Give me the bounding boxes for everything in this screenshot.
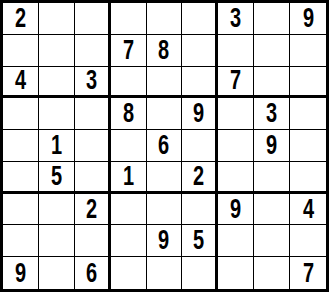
- cell-r3c8[interactable]: [254, 67, 290, 99]
- cell-r7c4[interactable]: [111, 194, 147, 226]
- cell-r9c5[interactable]: [147, 257, 183, 289]
- cell-r3c9[interactable]: [290, 67, 326, 99]
- cell-r7c5[interactable]: [147, 194, 183, 226]
- cell-r3c3[interactable]: 3: [75, 67, 111, 99]
- cell-r3c2[interactable]: [39, 67, 75, 99]
- cell-r6c4[interactable]: 1: [111, 162, 147, 194]
- cell-r5c6[interactable]: [182, 130, 218, 162]
- cell-r1c1[interactable]: 2: [3, 3, 39, 35]
- cell-digit: 2: [15, 5, 26, 32]
- cell-r2c2[interactable]: [39, 35, 75, 67]
- cell-r2c7[interactable]: [218, 35, 254, 67]
- cell-r7c1[interactable]: [3, 194, 39, 226]
- cell-digit: 7: [230, 67, 241, 94]
- cell-r4c4[interactable]: 8: [111, 98, 147, 130]
- cell-digit: 5: [51, 163, 62, 190]
- cell-r6c5[interactable]: [147, 162, 183, 194]
- cell-r5c1[interactable]: [3, 130, 39, 162]
- cell-r5c4[interactable]: [111, 130, 147, 162]
- cell-digit: 5: [193, 227, 204, 254]
- cell-r5c7[interactable]: [218, 130, 254, 162]
- cell-r8c8[interactable]: [254, 225, 290, 257]
- cell-r6c6[interactable]: 2: [182, 162, 218, 194]
- cell-digit: 6: [158, 132, 169, 159]
- cell-r5c5[interactable]: 6: [147, 130, 183, 162]
- cell-r7c8[interactable]: [254, 194, 290, 226]
- cell-r7c7[interactable]: 9: [218, 194, 254, 226]
- cell-r3c1[interactable]: 4: [3, 67, 39, 99]
- cell-digit: 4: [302, 196, 313, 223]
- cell-r6c9[interactable]: [290, 162, 326, 194]
- cell-r5c8[interactable]: 9: [254, 130, 290, 162]
- cell-r8c7[interactable]: [218, 225, 254, 257]
- cell-digit: 6: [86, 260, 97, 287]
- cell-r4c6[interactable]: 9: [182, 98, 218, 130]
- cell-r9c7[interactable]: [218, 257, 254, 289]
- cell-r9c8[interactable]: [254, 257, 290, 289]
- cell-r6c8[interactable]: [254, 162, 290, 194]
- cell-r2c4[interactable]: 7: [111, 35, 147, 67]
- cell-r9c9[interactable]: 7: [290, 257, 326, 289]
- cell-r5c2[interactable]: 1: [39, 130, 75, 162]
- cell-r3c6[interactable]: [182, 67, 218, 99]
- cell-r3c5[interactable]: [147, 67, 183, 99]
- cell-r8c2[interactable]: [39, 225, 75, 257]
- cell-digit: 9: [15, 260, 26, 287]
- cell-digit: 2: [86, 196, 97, 223]
- cell-digit: 9: [302, 5, 313, 32]
- cell-r3c4[interactable]: [111, 67, 147, 99]
- cell-r6c3[interactable]: [75, 162, 111, 194]
- cell-r5c3[interactable]: [75, 130, 111, 162]
- cell-r1c7[interactable]: 3: [218, 3, 254, 35]
- cell-r1c9[interactable]: 9: [290, 3, 326, 35]
- cell-r5c9[interactable]: [290, 130, 326, 162]
- cell-r8c9[interactable]: [290, 225, 326, 257]
- cell-digit: 8: [158, 37, 169, 64]
- cell-r1c2[interactable]: [39, 3, 75, 35]
- cell-digit: 1: [51, 132, 62, 159]
- cell-digit: 7: [123, 37, 134, 64]
- cell-r8c1[interactable]: [3, 225, 39, 257]
- cell-r8c6[interactable]: 5: [182, 225, 218, 257]
- cell-r9c3[interactable]: 6: [75, 257, 111, 289]
- cell-digit: 9: [158, 227, 169, 254]
- cell-digit: 2: [193, 163, 204, 190]
- cell-r9c4[interactable]: [111, 257, 147, 289]
- cell-r9c1[interactable]: 9: [3, 257, 39, 289]
- cell-r1c5[interactable]: [147, 3, 183, 35]
- cell-r4c3[interactable]: [75, 98, 111, 130]
- cell-r9c2[interactable]: [39, 257, 75, 289]
- cell-digit: 9: [193, 100, 204, 127]
- cell-r6c2[interactable]: 5: [39, 162, 75, 194]
- cell-digit: 1: [123, 163, 134, 190]
- cell-digit: 4: [15, 67, 26, 94]
- cell-r2c6[interactable]: [182, 35, 218, 67]
- cell-r2c9[interactable]: [290, 35, 326, 67]
- cell-r1c6[interactable]: [182, 3, 218, 35]
- cell-r9c6[interactable]: [182, 257, 218, 289]
- cell-digit: 8: [123, 100, 134, 127]
- cell-r6c1[interactable]: [3, 162, 39, 194]
- cell-r7c9[interactable]: 4: [290, 194, 326, 226]
- cell-r4c9[interactable]: [290, 98, 326, 130]
- cell-digit: 7: [302, 260, 313, 287]
- cell-digit: 3: [86, 67, 97, 94]
- cell-r2c1[interactable]: [3, 35, 39, 67]
- cell-digit: 9: [266, 132, 277, 159]
- cell-r4c1[interactable]: [3, 98, 39, 130]
- cell-digit: 9: [230, 196, 241, 223]
- cell-r4c7[interactable]: [218, 98, 254, 130]
- cell-r2c5[interactable]: 8: [147, 35, 183, 67]
- cell-r1c3[interactable]: [75, 3, 111, 35]
- cell-r3c7[interactable]: 7: [218, 67, 254, 99]
- cell-r8c3[interactable]: [75, 225, 111, 257]
- cell-r8c4[interactable]: [111, 225, 147, 257]
- cell-digit: 3: [266, 100, 277, 127]
- sudoku-board: 2397843789316951229495967: [0, 0, 329, 292]
- cell-r1c8[interactable]: [254, 3, 290, 35]
- cell-r1c4[interactable]: [111, 3, 147, 35]
- cell-r8c5[interactable]: 9: [147, 225, 183, 257]
- cell-r7c3[interactable]: 2: [75, 194, 111, 226]
- cell-r4c8[interactable]: 3: [254, 98, 290, 130]
- cell-r2c3[interactable]: [75, 35, 111, 67]
- cell-r7c6[interactable]: [182, 194, 218, 226]
- cell-r7c2[interactable]: [39, 194, 75, 226]
- cell-r2c8[interactable]: [254, 35, 290, 67]
- cell-r6c7[interactable]: [218, 162, 254, 194]
- cell-r4c5[interactable]: [147, 98, 183, 130]
- cell-r4c2[interactable]: [39, 98, 75, 130]
- cell-digit: 3: [230, 5, 241, 32]
